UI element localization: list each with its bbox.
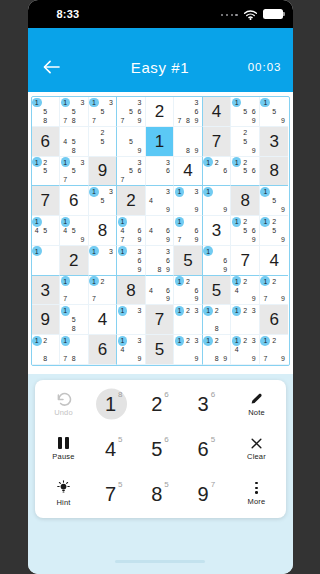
- cell-r8c6[interactable]: 123: [174, 305, 203, 335]
- mark-3: 3: [135, 98, 144, 107]
- pencil-marks: 159: [261, 187, 288, 214]
- pencil-marks: 14679: [118, 217, 144, 244]
- mark-8: 8: [41, 116, 50, 125]
- numpad-7[interactable]: 75: [101, 482, 127, 506]
- cell-r2c2[interactable]: 458: [60, 127, 89, 157]
- mark-9: 9: [135, 116, 144, 125]
- pencil-marks: 12349: [232, 336, 258, 363]
- mark-9: 9: [164, 295, 173, 304]
- mark-9: 9: [221, 265, 230, 274]
- cell-r3c6[interactable]: 4: [174, 157, 203, 187]
- mark-9: 9: [249, 116, 258, 125]
- cell-r2c1[interactable]: 6: [32, 127, 61, 157]
- mark-2: 2: [184, 277, 193, 286]
- mark-5: 5: [241, 226, 250, 235]
- mark-2: 2: [270, 217, 279, 226]
- cell-r4c1[interactable]: 7: [32, 186, 61, 216]
- pencil-marks: 458: [61, 128, 87, 155]
- cell-r7c9[interactable]: 1279: [260, 276, 289, 306]
- mark-3: 3: [135, 158, 144, 167]
- pencil-marks: 158: [33, 98, 59, 125]
- cell-r9c4[interactable]: 1349: [117, 335, 146, 365]
- cell-value: 4: [212, 103, 221, 120]
- cell-r9c1[interactable]: 128: [32, 335, 61, 365]
- cell-r2c5[interactable]: 1: [146, 127, 175, 157]
- remaining-count: 5: [164, 481, 168, 489]
- pencil-marks: 158: [61, 306, 87, 333]
- cell-r1c6[interactable]: 36789: [174, 97, 203, 127]
- mark-7: 7: [118, 116, 127, 125]
- cell-r8c8[interactable]: 123: [231, 305, 260, 335]
- cell-r3c2[interactable]: 1357: [60, 157, 89, 187]
- pencil-marks: 25: [90, 128, 116, 155]
- pencil-marks: 1279: [261, 277, 288, 304]
- cell-r9c2[interactable]: 178: [60, 335, 89, 365]
- cell-value: 1: [155, 133, 164, 150]
- pencil-marks: 469: [147, 277, 173, 304]
- back-button[interactable]: [41, 58, 62, 76]
- cell-r7c7[interactable]: 5: [203, 276, 232, 306]
- cell-r6c4[interactable]: 1369: [117, 246, 146, 276]
- cell-r3c5[interactable]: 36: [146, 157, 175, 187]
- mark-6: 6: [135, 226, 144, 235]
- pencil-marks: 1369: [118, 247, 144, 274]
- pencil-marks: 13: [118, 306, 144, 333]
- cell-r7c4[interactable]: 8: [117, 276, 146, 306]
- mark-2: 2: [184, 336, 193, 345]
- mark-4: 4: [61, 226, 70, 235]
- wifi-icon: [243, 9, 258, 20]
- mark-5: 5: [241, 166, 250, 175]
- cell-r1c9[interactable]: 159: [260, 97, 289, 127]
- board-section: 1581357813573567923678941569159645825591…: [28, 92, 293, 374]
- mark-5: 5: [127, 166, 136, 175]
- mark-7: 7: [175, 116, 184, 125]
- cell-r1c4[interactable]: 35679: [117, 97, 146, 127]
- pencil-marks: 123: [232, 306, 258, 333]
- mark-8: 8: [70, 116, 79, 125]
- cell-r5c1[interactable]: 145: [32, 216, 61, 246]
- mark-8: 8: [70, 324, 79, 333]
- pencil-marks: 159: [261, 98, 288, 125]
- pencil-marks: 1279: [261, 336, 288, 363]
- mark-3: 3: [107, 98, 116, 107]
- cell-r4c7[interactable]: 19: [203, 186, 232, 216]
- numpad-4[interactable]: 45: [101, 437, 127, 461]
- numpad-digit: 2: [151, 394, 162, 414]
- cell-r2c3[interactable]: 25: [89, 127, 118, 157]
- cell-r8c4[interactable]: 13: [117, 305, 146, 335]
- mark-3: 3: [164, 158, 173, 167]
- mark-2: 2: [241, 306, 250, 315]
- cell-r7c1[interactable]: 3: [32, 276, 61, 306]
- mark-6: 6: [135, 166, 144, 175]
- cell-r5c2[interactable]: 1459: [60, 216, 89, 246]
- cell-value: 4: [183, 162, 192, 179]
- cell-value: 8: [98, 222, 107, 239]
- cell-value: 9: [41, 311, 50, 328]
- mark-5: 5: [70, 226, 79, 235]
- cell-r6c8[interactable]: 7: [231, 246, 260, 276]
- cell-value: 4: [98, 311, 107, 328]
- mark-7: 7: [90, 116, 99, 125]
- mark-3: 3: [192, 336, 201, 345]
- mark-9: 9: [249, 146, 258, 155]
- cell-r2c7[interactable]: 7: [203, 127, 232, 157]
- mark-2: 2: [241, 277, 250, 286]
- cell-r8c9[interactable]: 6: [260, 305, 289, 335]
- cell-value: 3: [269, 133, 278, 150]
- cell-r1c1[interactable]: 158: [32, 97, 61, 127]
- mark-9: 9: [135, 354, 144, 363]
- mark-5: 5: [41, 166, 50, 175]
- mark-4: 4: [147, 226, 156, 235]
- cell-r6c9[interactable]: 4: [260, 246, 289, 276]
- more-button[interactable]: More: [246, 479, 268, 508]
- cell-r7c6[interactable]: 1269: [174, 276, 203, 306]
- cell-r9c8[interactable]: 12349: [231, 335, 260, 365]
- cell-r3c3[interactable]: 9: [89, 157, 118, 187]
- mark-9: 9: [135, 146, 144, 155]
- mark-3: 3: [192, 187, 201, 196]
- cell-value: 8: [269, 162, 278, 179]
- numpad-digit: 1: [105, 394, 116, 414]
- mark-8: 8: [184, 146, 193, 155]
- cell-r6c3[interactable]: 13: [89, 246, 118, 276]
- status-bar: 8:33: [28, 0, 293, 28]
- cell-r6c7[interactable]: 169: [203, 246, 232, 276]
- pause-label: Pause: [52, 452, 74, 461]
- cell-r4c3[interactable]: 135: [89, 186, 118, 216]
- mark-6: 6: [135, 256, 144, 265]
- mark-8: 8: [155, 265, 164, 274]
- mark-3: 3: [135, 247, 144, 256]
- mark-6: 6: [192, 226, 201, 235]
- cell-r5c6[interactable]: 1679: [174, 216, 203, 246]
- numpad-1[interactable]: 18: [101, 392, 127, 416]
- pencil-marks: 469: [147, 217, 173, 244]
- pencil-marks: 3567: [118, 158, 144, 185]
- cell-value: 8: [240, 192, 249, 209]
- mark-5: 5: [41, 107, 50, 116]
- numpad-3[interactable]: 36: [194, 392, 220, 416]
- numpad-2[interactable]: 26: [147, 392, 173, 416]
- cell-r9c3[interactable]: 6: [89, 335, 118, 365]
- note-button[interactable]: Note: [246, 390, 267, 420]
- mark-9: 9: [164, 205, 173, 214]
- mark-3: 3: [249, 336, 258, 345]
- cell-r1c5[interactable]: 2: [146, 97, 175, 127]
- mark-2: 2: [241, 336, 250, 345]
- control-card: Undo 18 26 36 Note Pause 45: [35, 380, 286, 518]
- numpad-9[interactable]: 97: [194, 482, 220, 506]
- cell-r8c3[interactable]: 4: [89, 305, 118, 335]
- cell-r9c9[interactable]: 1279: [260, 335, 289, 365]
- hint-button[interactable]: Hint: [54, 478, 73, 509]
- note-pencil-icon: [249, 392, 263, 406]
- status-time: 8:33: [57, 8, 80, 20]
- cell-r9c6[interactable]: 1239: [174, 335, 203, 365]
- cell-value: 6: [269, 311, 278, 328]
- cell-r2c9[interactable]: 3: [260, 127, 289, 157]
- home-indicator[interactable]: [115, 560, 205, 563]
- mark-4: 4: [33, 226, 42, 235]
- numpad-8[interactable]: 85: [147, 482, 173, 506]
- mark-3: 3: [135, 336, 144, 345]
- cell-r1c8[interactable]: 1569: [231, 97, 260, 127]
- mark-9: 9: [279, 235, 288, 244]
- mark-5: 5: [127, 107, 136, 116]
- cell-r2c6[interactable]: 89: [174, 127, 203, 157]
- mark-5: 5: [241, 137, 250, 146]
- pencil-marks: 259: [232, 128, 258, 155]
- mark-4: 4: [232, 286, 241, 295]
- pencil-marks: 1: [33, 247, 59, 274]
- mark-6: 6: [249, 226, 258, 235]
- cell-value: 4: [269, 252, 278, 269]
- pencil-marks: 1569: [232, 98, 258, 125]
- cell-value: 9: [98, 162, 107, 179]
- pencil-marks: 127: [90, 277, 116, 304]
- cell-r7c5[interactable]: 469: [146, 276, 175, 306]
- pencil-marks: 36: [147, 158, 173, 185]
- more-dots-icon: [255, 481, 258, 494]
- cell-value: 2: [155, 103, 164, 120]
- mark-8: 8: [70, 354, 79, 363]
- pencil-marks: 12569: [232, 217, 258, 244]
- mark-7: 7: [61, 116, 70, 125]
- cell-value: 5: [183, 252, 192, 269]
- cell-r7c3[interactable]: 127: [89, 276, 118, 306]
- undo-button[interactable]: Undo: [52, 390, 75, 420]
- mark-3: 3: [135, 306, 144, 315]
- mark-4: 4: [61, 137, 70, 146]
- pencil-marks: 1269: [175, 277, 201, 304]
- cell-r4c6[interactable]: 139: [174, 186, 203, 216]
- mark-5: 5: [127, 137, 136, 146]
- cell-value: 2: [126, 192, 135, 209]
- pencil-marks: 145: [33, 217, 59, 244]
- mark-9: 9: [164, 265, 173, 274]
- mark-2: 2: [270, 277, 279, 286]
- cell-r9c7[interactable]: 1289: [203, 335, 232, 365]
- cell-r5c9[interactable]: 1259: [260, 216, 289, 246]
- cell-r4c8[interactable]: 8: [231, 186, 260, 216]
- header: Easy #1 00:03: [28, 28, 293, 92]
- cell-r6c5[interactable]: 3689: [146, 246, 175, 276]
- mark-6: 6: [135, 107, 144, 116]
- cell-value: 6: [41, 133, 50, 150]
- mark-2: 2: [212, 158, 221, 167]
- mark-6: 6: [249, 166, 258, 175]
- mark-5: 5: [70, 137, 79, 146]
- mark-6: 6: [221, 166, 230, 175]
- clear-button[interactable]: Clear: [245, 435, 268, 464]
- cell-r3c4[interactable]: 3567: [117, 157, 146, 187]
- cell-r2c4[interactable]: 59: [117, 127, 146, 157]
- undo-icon: [55, 392, 72, 406]
- cell-r8c2[interactable]: 158: [60, 305, 89, 335]
- mark-3: 3: [192, 306, 201, 315]
- mark-2: 2: [41, 336, 50, 345]
- mark-3: 3: [192, 98, 201, 107]
- mark-9: 9: [164, 235, 173, 244]
- undo-label: Undo: [54, 408, 73, 417]
- pencil-marks: 1357: [90, 98, 116, 125]
- cell-r3c9[interactable]: 8: [260, 157, 289, 187]
- pencil-marks: 128: [204, 306, 230, 333]
- cell-r8c1[interactable]: 9: [32, 305, 61, 335]
- cell-r1c3[interactable]: 1357: [89, 97, 118, 127]
- numpad-digit: 5: [151, 439, 162, 459]
- cell-r4c9[interactable]: 159: [260, 186, 289, 216]
- numpad-digit: 7: [105, 484, 116, 504]
- cell-value: 8: [126, 282, 135, 299]
- mark-4: 4: [118, 226, 127, 235]
- pause-button[interactable]: Pause: [50, 435, 76, 463]
- numpad-6[interactable]: 65: [194, 437, 220, 461]
- pencil-marks: 1239: [175, 336, 201, 363]
- mark-9: 9: [192, 205, 201, 214]
- mark-2: 2: [241, 217, 250, 226]
- cell-value: 3: [41, 282, 50, 299]
- numpad-5[interactable]: 56: [147, 437, 173, 461]
- mark-4: 4: [147, 196, 156, 205]
- mark-6: 6: [192, 107, 201, 116]
- cell-r5c8[interactable]: 12569: [231, 216, 260, 246]
- cell-r8c5[interactable]: 7: [146, 305, 175, 335]
- cell-value: 5: [155, 341, 164, 358]
- mark-6: 6: [164, 226, 173, 235]
- pencil-marks: 178: [61, 336, 87, 363]
- cell-r5c7[interactable]: 3: [203, 216, 232, 246]
- mark-9: 9: [221, 205, 230, 214]
- cell-value: 2: [69, 252, 78, 269]
- clear-label: Clear: [247, 452, 266, 461]
- mark-9: 9: [279, 205, 288, 214]
- clear-x-icon: [250, 437, 263, 450]
- remaining-count: 6: [164, 391, 168, 399]
- mark-5: 5: [270, 107, 279, 116]
- cell-r9c5[interactable]: 5: [146, 335, 175, 365]
- pencil-marks: 1289: [204, 336, 230, 363]
- mark-2: 2: [241, 128, 250, 137]
- pencil-marks: 89: [175, 128, 201, 155]
- mark-4: 4: [118, 345, 127, 354]
- pause-icon: [58, 437, 69, 449]
- pencil-marks: 125: [33, 158, 59, 185]
- game-timer: 00:03: [248, 61, 282, 73]
- mark-3: 3: [78, 98, 87, 107]
- numpad-digit: 6: [198, 439, 209, 459]
- bottom-panel: Undo 18 26 36 Note Pause 45: [28, 374, 293, 574]
- hint-label: Hint: [56, 498, 70, 507]
- hint-bulb-icon: [56, 480, 71, 495]
- mark-9: 9: [192, 235, 201, 244]
- cell-r6c2[interactable]: 2: [60, 246, 89, 276]
- remaining-count: 5: [211, 436, 215, 444]
- cell-r5c4[interactable]: 14679: [117, 216, 146, 246]
- cell-r5c3[interactable]: 8: [89, 216, 118, 246]
- pencil-marks: 1679: [175, 217, 201, 244]
- mark-9: 9: [279, 116, 288, 125]
- cell-value: 7: [240, 252, 249, 269]
- mark-9: 9: [192, 354, 201, 363]
- mark-3: 3: [107, 187, 116, 196]
- cell-r1c7[interactable]: 4: [203, 97, 232, 127]
- cell-r8c7[interactable]: 128: [203, 305, 232, 335]
- cell-r2c8[interactable]: 259: [231, 127, 260, 157]
- mark-9: 9: [135, 265, 144, 274]
- mark-2: 2: [212, 336, 221, 345]
- cell-r4c2[interactable]: 6: [60, 186, 89, 216]
- mark-9: 9: [279, 354, 288, 363]
- cell-r7c2[interactable]: 17: [60, 276, 89, 306]
- cell-value: 5: [212, 282, 221, 299]
- mark-2: 2: [184, 306, 193, 315]
- remaining-count: 5: [118, 481, 122, 489]
- remaining-count: 6: [164, 436, 168, 444]
- pencil-marks: 139: [175, 187, 201, 214]
- mark-5: 5: [70, 107, 79, 116]
- mark-7: 7: [90, 295, 99, 304]
- pencil-marks: 1459: [61, 217, 87, 244]
- mark-9: 9: [192, 116, 201, 125]
- numpad-digit: 3: [198, 394, 209, 414]
- cell-r3c1[interactable]: 125: [32, 157, 61, 187]
- pencil-marks: 59: [118, 128, 144, 155]
- mark-2: 2: [98, 277, 107, 286]
- mark-6: 6: [164, 166, 173, 175]
- pencil-marks: 1357: [61, 158, 87, 185]
- mark-5: 5: [98, 196, 107, 205]
- mark-3: 3: [107, 247, 116, 256]
- note-label: Note: [248, 408, 265, 417]
- battery-icon: [263, 9, 283, 19]
- cell-r6c1[interactable]: 1: [32, 246, 61, 276]
- mark-9: 9: [135, 235, 144, 244]
- cell-r1c2[interactable]: 13578: [60, 97, 89, 127]
- cell-r6c6[interactable]: 5: [174, 246, 203, 276]
- cell-r5c5[interactable]: 469: [146, 216, 175, 246]
- cell-r3c7[interactable]: 126: [203, 157, 232, 187]
- mark-9: 9: [192, 146, 201, 155]
- mark-6: 6: [221, 256, 230, 265]
- pencil-marks: 36789: [175, 98, 201, 125]
- cell-r4c4[interactable]: 2: [117, 186, 146, 216]
- app-screen: 8:33 Easy #1: [28, 0, 293, 574]
- cell-value: 7: [155, 311, 164, 328]
- mark-5: 5: [98, 107, 107, 116]
- cell-value: 7: [41, 192, 50, 209]
- mark-5: 5: [241, 107, 250, 116]
- numpad-digit: 8: [151, 484, 162, 504]
- pencil-marks: 1259: [261, 217, 288, 244]
- cell-r3c8[interactable]: 1256: [231, 157, 260, 187]
- mark-7: 7: [175, 235, 184, 244]
- cell-value: 3: [212, 222, 221, 239]
- mark-7: 7: [261, 295, 270, 304]
- pencil-marks: 13: [90, 247, 116, 274]
- mark-5: 5: [270, 196, 279, 205]
- pencil-marks: 169: [204, 247, 230, 274]
- mark-5: 5: [70, 166, 79, 175]
- pencil-marks: 128: [33, 336, 59, 363]
- cell-r4c5[interactable]: 349: [146, 186, 175, 216]
- cell-r7c8[interactable]: 1249: [231, 276, 260, 306]
- mark-9: 9: [249, 295, 258, 304]
- remaining-count: 6: [211, 391, 215, 399]
